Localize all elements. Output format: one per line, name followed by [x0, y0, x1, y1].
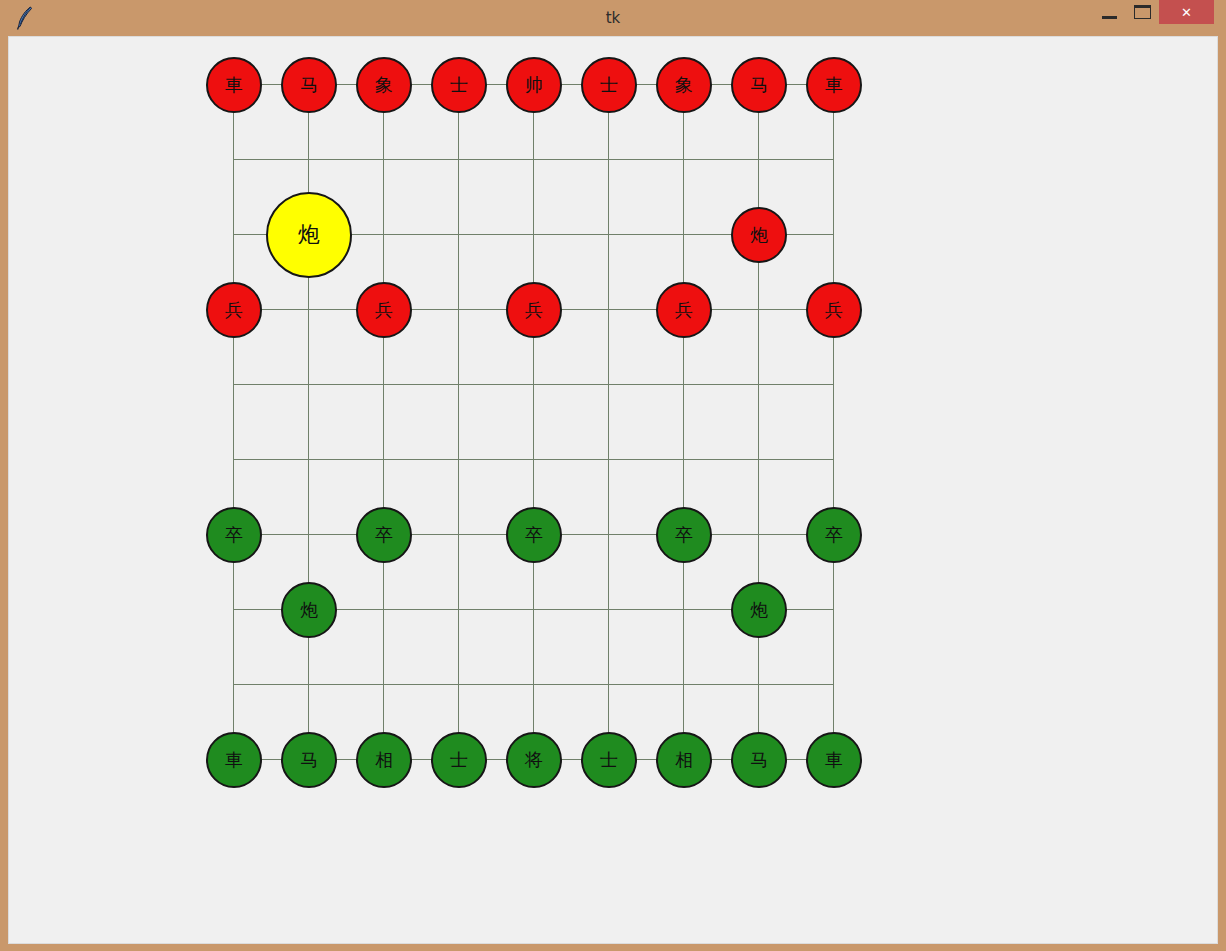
piece-green-cannon[interactable]: 炮 [281, 582, 337, 638]
maximize-button[interactable] [1134, 5, 1151, 19]
board-cell[interactable] [684, 385, 759, 460]
piece-red-soldier[interactable]: 兵 [206, 282, 262, 338]
piece-red-elephant[interactable]: 象 [356, 57, 412, 113]
minimize-button[interactable] [1102, 16, 1117, 19]
piece-red-soldier[interactable]: 兵 [506, 282, 562, 338]
close-button[interactable]: ✕ [1159, 0, 1214, 24]
board-cell[interactable] [384, 610, 459, 685]
board-cell[interactable] [534, 160, 609, 235]
board-cell[interactable] [384, 385, 459, 460]
piece-red-cannon[interactable]: 炮 [731, 207, 787, 263]
piece-green-advisor[interactable]: 士 [581, 732, 637, 788]
board-cell[interactable] [384, 160, 459, 235]
board-cell[interactable] [534, 385, 609, 460]
piece-green-soldier[interactable]: 卒 [506, 507, 562, 563]
piece-red-chariot[interactable]: 車 [806, 57, 862, 113]
piece-green-general[interactable]: 将 [506, 732, 562, 788]
board-cell[interactable] [459, 610, 534, 685]
piece-green-elephant[interactable]: 相 [656, 732, 712, 788]
piece-green-horse[interactable]: 马 [281, 732, 337, 788]
board-cell[interactable] [759, 385, 834, 460]
piece-red-soldier[interactable]: 兵 [806, 282, 862, 338]
board-cell[interactable] [309, 385, 384, 460]
piece-red-soldier[interactable]: 兵 [356, 282, 412, 338]
board-cell[interactable] [234, 385, 309, 460]
canvas-area: 車马象士帅士象马車炮炮兵兵兵兵兵卒卒卒卒卒炮炮車马相士将士相马車 [8, 36, 1218, 944]
piece-green-cannon[interactable]: 炮 [731, 582, 787, 638]
piece-red-horse[interactable]: 马 [281, 57, 337, 113]
piece-green-chariot[interactable]: 車 [806, 732, 862, 788]
piece-red-advisor[interactable]: 士 [431, 57, 487, 113]
piece-green-soldier[interactable]: 卒 [356, 507, 412, 563]
piece-green-elephant[interactable]: 相 [356, 732, 412, 788]
board-cell[interactable] [609, 385, 684, 460]
board-cell[interactable] [609, 160, 684, 235]
piece-red-elephant[interactable]: 象 [656, 57, 712, 113]
piece-red-soldier[interactable]: 兵 [656, 282, 712, 338]
piece-green-soldier[interactable]: 卒 [806, 507, 862, 563]
piece-red-general[interactable]: 帅 [506, 57, 562, 113]
piece-green-soldier[interactable]: 卒 [656, 507, 712, 563]
board-cell[interactable] [534, 610, 609, 685]
piece-red-horse[interactable]: 马 [731, 57, 787, 113]
window-title: tk [0, 0, 1226, 36]
piece-green-horse[interactable]: 马 [731, 732, 787, 788]
board-cell[interactable] [459, 160, 534, 235]
board-lattice [233, 84, 834, 760]
board-cell[interactable] [609, 610, 684, 685]
piece-green-advisor[interactable]: 士 [431, 732, 487, 788]
piece-green-chariot[interactable]: 車 [206, 732, 262, 788]
piece-green-soldier[interactable]: 卒 [206, 507, 262, 563]
piece-red-cannon-selected[interactable]: 炮 [266, 192, 352, 278]
title-bar: tk ✕ [0, 0, 1226, 36]
board-cell[interactable] [459, 385, 534, 460]
piece-red-advisor[interactable]: 士 [581, 57, 637, 113]
tk-window: tk ✕ 車马象士帅士象马車炮炮兵兵兵兵兵卒卒卒卒卒炮炮車马相士将士相马車 [0, 0, 1226, 951]
piece-red-chariot[interactable]: 車 [206, 57, 262, 113]
